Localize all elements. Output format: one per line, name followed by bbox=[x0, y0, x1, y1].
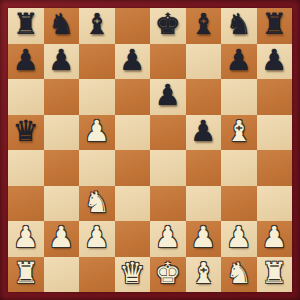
black-queen[interactable]: ♛ bbox=[13, 114, 39, 150]
square-c1[interactable] bbox=[79, 257, 115, 293]
square-f1[interactable]: ♝ bbox=[186, 257, 222, 293]
white-pawn[interactable]: ♟ bbox=[13, 220, 39, 256]
square-e6[interactable]: ♟ bbox=[150, 79, 186, 115]
square-d4[interactable] bbox=[115, 150, 151, 186]
square-e7[interactable] bbox=[150, 44, 186, 80]
square-b2[interactable]: ♟ bbox=[44, 221, 80, 257]
black-pawn[interactable]: ♟ bbox=[119, 43, 145, 79]
white-pawn[interactable]: ♟ bbox=[155, 220, 181, 256]
square-f7[interactable] bbox=[186, 44, 222, 80]
white-pawn[interactable]: ♟ bbox=[48, 220, 74, 256]
square-h5[interactable] bbox=[257, 115, 293, 151]
white-pawn[interactable]: ♟ bbox=[84, 220, 110, 256]
square-c2[interactable]: ♟ bbox=[79, 221, 115, 257]
square-g8[interactable]: ♞ bbox=[221, 8, 257, 44]
square-g2[interactable]: ♟ bbox=[221, 221, 257, 257]
square-c4[interactable] bbox=[79, 150, 115, 186]
square-h3[interactable] bbox=[257, 186, 293, 222]
square-f4[interactable] bbox=[186, 150, 222, 186]
square-g7[interactable]: ♟ bbox=[221, 44, 257, 80]
square-d1[interactable]: ♛ bbox=[115, 257, 151, 293]
square-h2[interactable]: ♟ bbox=[257, 221, 293, 257]
black-pawn[interactable]: ♟ bbox=[190, 114, 216, 150]
square-e3[interactable] bbox=[150, 186, 186, 222]
white-knight[interactable]: ♞ bbox=[226, 256, 252, 292]
square-f3[interactable] bbox=[186, 186, 222, 222]
square-d3[interactable] bbox=[115, 186, 151, 222]
square-h4[interactable] bbox=[257, 150, 293, 186]
white-queen[interactable]: ♛ bbox=[119, 256, 145, 292]
square-a7[interactable]: ♟ bbox=[8, 44, 44, 80]
white-pawn[interactable]: ♟ bbox=[190, 220, 216, 256]
black-rook[interactable]: ♜ bbox=[13, 7, 39, 43]
square-e1[interactable]: ♚ bbox=[150, 257, 186, 293]
chess-app-window: ♜♞♝♚♝♞♜♟♟♟♟♟♟♛♟♟♝♞♟♟♟♟♟♟♟♜♛♚♝♞♜ bbox=[0, 0, 300, 300]
black-knight[interactable]: ♞ bbox=[48, 7, 74, 43]
square-e4[interactable] bbox=[150, 150, 186, 186]
square-d8[interactable] bbox=[115, 8, 151, 44]
square-a2[interactable]: ♟ bbox=[8, 221, 44, 257]
black-pawn[interactable]: ♟ bbox=[155, 78, 181, 114]
square-f8[interactable]: ♝ bbox=[186, 8, 222, 44]
black-pawn[interactable]: ♟ bbox=[226, 43, 252, 79]
square-g6[interactable] bbox=[221, 79, 257, 115]
square-b5[interactable] bbox=[44, 115, 80, 151]
square-b3[interactable] bbox=[44, 186, 80, 222]
square-a3[interactable] bbox=[8, 186, 44, 222]
square-h1[interactable]: ♜ bbox=[257, 257, 293, 293]
square-b7[interactable]: ♟ bbox=[44, 44, 80, 80]
black-rook[interactable]: ♜ bbox=[261, 7, 287, 43]
square-d2[interactable] bbox=[115, 221, 151, 257]
square-a5[interactable]: ♛ bbox=[8, 115, 44, 151]
square-e5[interactable] bbox=[150, 115, 186, 151]
black-bishop[interactable]: ♝ bbox=[84, 7, 110, 43]
square-d5[interactable] bbox=[115, 115, 151, 151]
white-king[interactable]: ♚ bbox=[155, 256, 181, 292]
square-b8[interactable]: ♞ bbox=[44, 8, 80, 44]
square-a6[interactable] bbox=[8, 79, 44, 115]
square-g5[interactable]: ♝ bbox=[221, 115, 257, 151]
square-a4[interactable] bbox=[8, 150, 44, 186]
square-b4[interactable] bbox=[44, 150, 80, 186]
square-h8[interactable]: ♜ bbox=[257, 8, 293, 44]
black-king[interactable]: ♚ bbox=[155, 7, 181, 43]
square-a1[interactable]: ♜ bbox=[8, 257, 44, 293]
square-c3[interactable]: ♞ bbox=[79, 186, 115, 222]
square-c5[interactable]: ♟ bbox=[79, 115, 115, 151]
white-rook[interactable]: ♜ bbox=[261, 256, 287, 292]
square-f6[interactable] bbox=[186, 79, 222, 115]
white-bishop[interactable]: ♝ bbox=[190, 256, 216, 292]
square-h7[interactable]: ♟ bbox=[257, 44, 293, 80]
white-rook[interactable]: ♜ bbox=[13, 256, 39, 292]
white-bishop[interactable]: ♝ bbox=[226, 114, 252, 150]
square-f5[interactable]: ♟ bbox=[186, 115, 222, 151]
square-c7[interactable] bbox=[79, 44, 115, 80]
black-pawn[interactable]: ♟ bbox=[261, 43, 287, 79]
square-d7[interactable]: ♟ bbox=[115, 44, 151, 80]
square-d6[interactable] bbox=[115, 79, 151, 115]
square-h6[interactable] bbox=[257, 79, 293, 115]
black-pawn[interactable]: ♟ bbox=[13, 43, 39, 79]
square-c6[interactable] bbox=[79, 79, 115, 115]
square-b6[interactable] bbox=[44, 79, 80, 115]
square-e2[interactable]: ♟ bbox=[150, 221, 186, 257]
black-bishop[interactable]: ♝ bbox=[190, 7, 216, 43]
black-pawn[interactable]: ♟ bbox=[48, 43, 74, 79]
square-g1[interactable]: ♞ bbox=[221, 257, 257, 293]
white-pawn[interactable]: ♟ bbox=[226, 220, 252, 256]
square-g3[interactable] bbox=[221, 186, 257, 222]
white-pawn[interactable]: ♟ bbox=[84, 114, 110, 150]
white-knight[interactable]: ♞ bbox=[84, 185, 110, 221]
square-b1[interactable] bbox=[44, 257, 80, 293]
square-c8[interactable]: ♝ bbox=[79, 8, 115, 44]
white-pawn[interactable]: ♟ bbox=[261, 220, 287, 256]
square-g4[interactable] bbox=[221, 150, 257, 186]
black-knight[interactable]: ♞ bbox=[226, 7, 252, 43]
square-e8[interactable]: ♚ bbox=[150, 8, 186, 44]
chess-board[interactable]: ♜♞♝♚♝♞♜♟♟♟♟♟♟♛♟♟♝♞♟♟♟♟♟♟♟♜♛♚♝♞♜ bbox=[8, 8, 292, 292]
square-a8[interactable]: ♜ bbox=[8, 8, 44, 44]
square-f2[interactable]: ♟ bbox=[186, 221, 222, 257]
